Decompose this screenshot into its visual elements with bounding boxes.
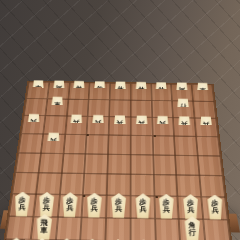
piece-kanji: 銀将 xyxy=(76,85,82,96)
piece-kanji: 桂馬 xyxy=(179,87,185,98)
board-cell: 角行 xyxy=(179,219,205,240)
piece-kanji: 歩兵 xyxy=(49,137,56,150)
board-cell xyxy=(203,219,230,240)
shogi-piece-P: 歩兵 xyxy=(36,191,56,216)
board-cell xyxy=(84,154,108,174)
board-cell: 歩兵 xyxy=(9,194,36,217)
piece-kanji: 飛車 xyxy=(53,101,60,113)
board-cell xyxy=(196,136,220,155)
board-cell xyxy=(18,134,43,153)
shogi-piece-p: 歩兵 xyxy=(198,117,215,139)
star-point xyxy=(153,135,156,137)
board-cell xyxy=(153,155,177,175)
board-cell xyxy=(131,135,153,154)
piece-kanji: 歩兵 xyxy=(30,119,37,131)
piece-kanji: 玉将 xyxy=(117,86,123,97)
shogi-piece-P: 歩兵 xyxy=(12,191,32,216)
board-cell: 歩兵 xyxy=(33,194,59,217)
board-cell xyxy=(86,135,109,154)
board-cell: 歩兵 xyxy=(87,117,109,135)
board-cell xyxy=(60,173,85,194)
board-cell xyxy=(88,99,110,117)
shogi-piece-p: 歩兵 xyxy=(111,115,128,137)
board-surface: 香車桂馬銀将金将玉将金将銀将桂馬香車飛車角行歩兵歩兵歩兵歩兵歩兵歩兵歩兵歩兵歩兵… xyxy=(0,81,236,240)
shogi-piece-P: 歩兵 xyxy=(157,193,176,218)
shogi-piece-l: 香車 xyxy=(195,83,211,103)
board-cell: 桂馬 xyxy=(47,82,69,99)
board-cell xyxy=(177,175,202,197)
shogi-piece-P: 歩兵 xyxy=(60,192,80,217)
board-cell xyxy=(174,136,198,155)
shogi-piece-k: 玉将 xyxy=(112,81,128,101)
shogi-piece-l: 香車 xyxy=(29,80,46,100)
board-cell xyxy=(36,173,62,194)
shogi-piece-g: 金将 xyxy=(133,82,149,102)
board-cell: 角行 xyxy=(172,101,194,119)
board-cell xyxy=(131,174,155,195)
board-cell: 歩兵 xyxy=(65,116,88,134)
piece-kanji: 歩兵 xyxy=(66,197,74,211)
board-cell: 銀将 xyxy=(68,82,90,99)
piece-kanji: 角行 xyxy=(189,222,197,237)
board-cell: 金将 xyxy=(131,83,152,100)
board-cell xyxy=(131,154,154,174)
shogi-piece-P: 歩兵 xyxy=(133,193,152,218)
piece-kanji: 歩兵 xyxy=(187,199,194,213)
piece-kanji: 歩兵 xyxy=(115,198,122,212)
board-cell xyxy=(108,154,131,174)
board-cell: 歩兵 xyxy=(82,195,107,218)
board-cell xyxy=(38,153,63,173)
piece-kanji: 香車 xyxy=(200,87,206,98)
board-cell: 歩兵 xyxy=(173,118,196,136)
board-cell: 歩兵 xyxy=(58,194,84,217)
shogi-piece-P: 歩兵 xyxy=(181,194,200,219)
board-cell xyxy=(154,175,178,197)
board-cell: 歩兵 xyxy=(178,196,204,219)
shogi-piece-P: 歩兵 xyxy=(85,192,104,217)
shogi-piece-p: 歩兵 xyxy=(176,116,193,138)
piece-kanji: 歩兵 xyxy=(139,198,146,212)
piece-kanji: 歩兵 xyxy=(116,120,123,132)
shogi-piece-p: 歩兵 xyxy=(68,115,86,137)
board-cell xyxy=(55,217,81,240)
piece-kanji: 金将 xyxy=(138,86,144,97)
board-cell xyxy=(155,218,181,240)
shogi-board: 香車桂馬銀将金将玉将金将銀将桂馬香車飛車角行歩兵歩兵歩兵歩兵歩兵歩兵歩兵歩兵歩兵… xyxy=(0,4,239,220)
board-cell xyxy=(152,136,175,155)
shogi-piece-p: 歩兵 xyxy=(24,114,42,136)
board-cell: 飛車 xyxy=(45,99,68,117)
piece-kanji: 歩兵 xyxy=(18,197,26,211)
board-cell: 歩兵 xyxy=(109,117,131,135)
board-cell xyxy=(80,217,106,240)
board-cell xyxy=(24,98,47,116)
piece-kanji: 桂馬 xyxy=(55,85,62,96)
photo-scene: 香車桂馬銀将金将玉将金将銀将桂馬香車飛車角行歩兵歩兵歩兵歩兵歩兵歩兵歩兵歩兵歩兵… xyxy=(0,0,240,240)
board-cell xyxy=(12,173,38,194)
board-cell: 歩兵 xyxy=(154,196,179,219)
piece-kanji: 銀将 xyxy=(158,86,164,97)
shogi-piece-p: 歩兵 xyxy=(155,116,172,138)
board-cell: 歩兵 xyxy=(106,195,130,218)
board-cell xyxy=(63,134,87,153)
board-cell xyxy=(175,155,199,175)
board-cell: 歩兵 xyxy=(152,118,174,136)
board-cell: 歩兵 xyxy=(201,197,227,220)
board-cell xyxy=(131,100,152,118)
board-cell: 香車 xyxy=(192,84,214,101)
board-cell xyxy=(193,101,216,119)
piece-kanji: 歩兵 xyxy=(91,198,98,212)
board-cell xyxy=(200,176,225,198)
board-cell xyxy=(108,135,130,154)
piece-kanji: 角行 xyxy=(180,103,186,115)
piece-kanji: 歩兵 xyxy=(203,121,210,133)
board-cell xyxy=(105,218,130,240)
shogi-piece-P: 歩兵 xyxy=(205,194,224,219)
board-cell: 歩兵 xyxy=(130,196,154,219)
piece-kanji: 歩兵 xyxy=(163,199,170,213)
board-cell: 金将 xyxy=(89,83,110,100)
board-cell xyxy=(67,99,89,117)
piece-kanji: 歩兵 xyxy=(73,119,80,131)
board-cell: 玉将 xyxy=(110,83,131,100)
shogi-piece-p: 歩兵 xyxy=(89,115,106,137)
board-cell: 香車 xyxy=(26,82,49,99)
piece-kanji: 金将 xyxy=(97,85,103,96)
board-cell xyxy=(109,100,130,118)
piece-kanji: 歩兵 xyxy=(95,120,102,132)
piece-kanji: 歩兵 xyxy=(211,200,218,214)
piece-kanji: 歩兵 xyxy=(181,121,188,133)
shogi-piece-s: 銀将 xyxy=(153,82,169,102)
board-cell xyxy=(151,100,173,118)
shogi-piece-B: 角行 xyxy=(183,216,203,240)
board-grid: 香車桂馬銀将金将玉将金将銀将桂馬香車飛車角行歩兵歩兵歩兵歩兵歩兵歩兵歩兵歩兵歩兵… xyxy=(2,82,233,240)
board-cell xyxy=(107,174,131,195)
piece-kanji: 香車 xyxy=(35,84,42,95)
board-cell: 桂馬 xyxy=(171,84,193,101)
board-cell: 飛車 xyxy=(30,216,57,240)
shogi-piece-s: 銀将 xyxy=(71,81,88,101)
board-cell: 歩兵 xyxy=(21,116,45,134)
shogi-piece-R: 飛車 xyxy=(33,214,54,240)
board-cell: 歩兵 xyxy=(131,117,153,135)
board-cell: 歩兵 xyxy=(195,118,218,137)
piece-kanji: 飛車 xyxy=(40,220,48,235)
board-cell xyxy=(6,216,34,240)
board-cell xyxy=(43,116,67,134)
shogi-piece-g: 金将 xyxy=(91,81,108,101)
board-cell xyxy=(130,218,155,240)
piece-kanji: 歩兵 xyxy=(138,120,144,132)
board-cell: 銀将 xyxy=(151,84,172,101)
board-cell xyxy=(61,153,85,173)
shogi-piece-P: 歩兵 xyxy=(109,193,128,218)
shogi-piece-p: 歩兵 xyxy=(133,116,150,138)
board-cell: 歩兵 xyxy=(41,134,65,153)
board-cell xyxy=(83,174,107,195)
board-cell xyxy=(15,153,40,173)
piece-kanji: 歩兵 xyxy=(160,121,166,133)
shogi-piece-p: 歩兵 xyxy=(44,132,62,154)
shogi-piece-r: 飛車 xyxy=(48,97,65,118)
piece-kanji: 歩兵 xyxy=(42,197,50,211)
board-cell xyxy=(198,155,223,175)
